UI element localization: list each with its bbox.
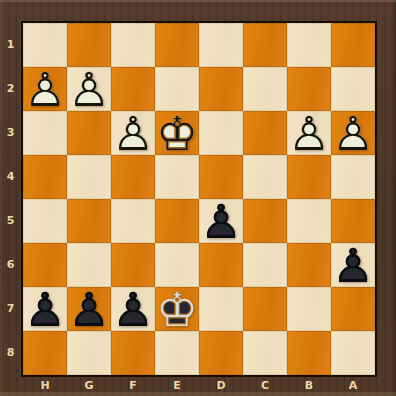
white-pawn-outline: ♙ [331,111,375,155]
square-c8[interactable] [243,331,287,375]
rank-label-5: 5 [0,199,21,243]
square-b2[interactable] [287,67,331,111]
white-pawn-glyph: ♟ [111,111,155,155]
square-d8[interactable] [199,331,243,375]
white-pawn-outline: ♙ [23,67,67,111]
white-pawn-outline: ♙ [67,67,111,111]
black-pawn-outline: ♙ [67,287,111,331]
file-label-g: G [67,377,111,394]
square-g2[interactable]: ♟♙ [67,67,111,111]
black-king-glyph: ♚ [155,287,199,331]
square-e6[interactable] [155,243,199,287]
square-e2[interactable] [155,67,199,111]
file-label-h: H [23,377,67,394]
square-a5[interactable] [331,199,375,243]
square-c1[interactable] [243,23,287,67]
black-pawn-outline: ♙ [23,287,67,331]
file-label-a: A [331,377,375,394]
square-d3[interactable] [199,111,243,155]
white-pawn-f3[interactable]: ♟♙ [111,111,155,155]
white-pawn-glyph: ♟ [331,111,375,155]
black-pawn-outline: ♙ [199,199,243,243]
square-e3[interactable]: ♚♔ [155,111,199,155]
square-h4[interactable] [23,155,67,199]
square-c2[interactable] [243,67,287,111]
square-a6[interactable]: ♟♙ [331,243,375,287]
white-pawn-outline: ♙ [111,111,155,155]
square-f5[interactable] [111,199,155,243]
chessboard-widget: ♟♙♟♙♟♙♚♔♟♙♟♙♟♙♟♙♟♙♟♙♟♙♚♔ 12345678 HGFEDC… [0,0,396,396]
square-c6[interactable] [243,243,287,287]
square-b4[interactable] [287,155,331,199]
board: ♟♙♟♙♟♙♚♔♟♙♟♙♟♙♟♙♟♙♟♙♟♙♚♔ [21,21,377,377]
square-e5[interactable] [155,199,199,243]
square-b8[interactable] [287,331,331,375]
rank-label-8: 8 [0,331,21,375]
rank-label-1: 1 [0,23,21,67]
file-label-b: B [287,377,331,394]
black-pawn-h7[interactable]: ♟♙ [23,287,67,331]
white-pawn-outline: ♙ [287,111,331,155]
square-e1[interactable] [155,23,199,67]
square-b6[interactable] [287,243,331,287]
square-b5[interactable] [287,199,331,243]
square-b1[interactable] [287,23,331,67]
square-g5[interactable] [67,199,111,243]
square-b7[interactable] [287,287,331,331]
white-pawn-glyph: ♟ [67,67,111,111]
rank-label-3: 3 [0,111,21,155]
square-e7[interactable]: ♚♔ [155,287,199,331]
square-a7[interactable] [331,287,375,331]
file-label-c: C [243,377,287,394]
square-h8[interactable] [23,331,67,375]
white-pawn-glyph: ♟ [23,67,67,111]
square-g4[interactable] [67,155,111,199]
black-pawn-outline: ♙ [331,243,375,287]
square-h7[interactable]: ♟♙ [23,287,67,331]
rank-label-6: 6 [0,243,21,287]
black-king-e7[interactable]: ♚♔ [155,287,199,331]
rank-label-7: 7 [0,287,21,331]
square-f4[interactable] [111,155,155,199]
file-label-f: F [111,377,155,394]
square-h6[interactable] [23,243,67,287]
square-h3[interactable] [23,111,67,155]
square-c5[interactable] [243,199,287,243]
square-h5[interactable] [23,199,67,243]
black-pawn-f7[interactable]: ♟♙ [111,287,155,331]
square-h2[interactable]: ♟♙ [23,67,67,111]
square-d4[interactable] [199,155,243,199]
square-a3[interactable]: ♟♙ [331,111,375,155]
black-pawn-glyph: ♟ [111,287,155,331]
square-d2[interactable] [199,67,243,111]
white-king-outline: ♔ [155,111,199,155]
square-g3[interactable] [67,111,111,155]
square-h1[interactable] [23,23,67,67]
square-a2[interactable] [331,67,375,111]
black-pawn-outline: ♙ [111,287,155,331]
square-a8[interactable] [331,331,375,375]
black-pawn-glyph: ♟ [67,287,111,331]
square-d7[interactable] [199,287,243,331]
square-e8[interactable] [155,331,199,375]
square-a1[interactable] [331,23,375,67]
file-label-e: E [155,377,199,394]
white-pawn-glyph: ♟ [287,111,331,155]
black-pawn-g7[interactable]: ♟♙ [67,287,111,331]
rank-label-2: 2 [0,67,21,111]
square-e4[interactable] [155,155,199,199]
black-pawn-glyph: ♟ [199,199,243,243]
black-king-outline: ♔ [155,287,199,331]
black-pawn-glyph: ♟ [331,243,375,287]
square-f8[interactable] [111,331,155,375]
square-f2[interactable] [111,67,155,111]
white-pawn-b3[interactable]: ♟♙ [287,111,331,155]
square-g6[interactable] [67,243,111,287]
square-a4[interactable] [331,155,375,199]
square-f1[interactable] [111,23,155,67]
rank-label-4: 4 [0,155,21,199]
square-b3[interactable]: ♟♙ [287,111,331,155]
square-f6[interactable] [111,243,155,287]
white-pawn-h2[interactable]: ♟♙ [23,67,67,111]
square-g1[interactable] [67,23,111,67]
square-c4[interactable] [243,155,287,199]
white-king-e3[interactable]: ♚♔ [155,111,199,155]
white-pawn-g2[interactable]: ♟♙ [67,67,111,111]
square-g7[interactable]: ♟♙ [67,287,111,331]
black-pawn-glyph: ♟ [23,287,67,331]
square-d5[interactable]: ♟♙ [199,199,243,243]
file-label-d: D [199,377,243,394]
square-d6[interactable] [199,243,243,287]
square-c7[interactable] [243,287,287,331]
square-d1[interactable] [199,23,243,67]
square-g8[interactable] [67,331,111,375]
square-f3[interactable]: ♟♙ [111,111,155,155]
square-f7[interactable]: ♟♙ [111,287,155,331]
square-c3[interactable] [243,111,287,155]
white-pawn-a3[interactable]: ♟♙ [331,111,375,155]
black-pawn-d5[interactable]: ♟♙ [199,199,243,243]
white-king-glyph: ♚ [155,111,199,155]
black-pawn-a6[interactable]: ♟♙ [331,243,375,287]
